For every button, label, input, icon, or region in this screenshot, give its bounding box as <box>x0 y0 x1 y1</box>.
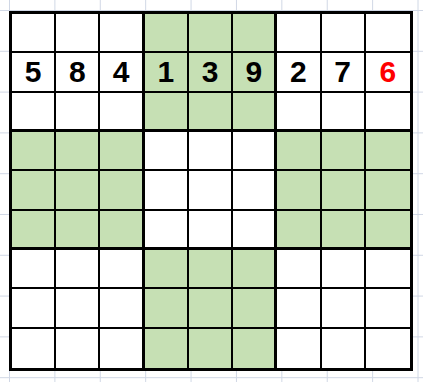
cell-r3c6[interactable] <box>233 93 277 132</box>
cell-r3c1[interactable] <box>12 93 56 132</box>
cell-r7c5[interactable] <box>189 250 233 289</box>
cell-r8c7[interactable] <box>277 289 321 328</box>
cell-r1c6[interactable] <box>233 14 277 53</box>
cell-r3c9[interactable] <box>366 93 410 132</box>
cell-r5c2[interactable] <box>56 171 100 210</box>
cell-r7c2[interactable] <box>56 250 100 289</box>
cell-r2c4[interactable]: 1 <box>145 53 189 92</box>
cell-r5c1[interactable] <box>12 171 56 210</box>
cell-r5c5[interactable] <box>189 171 233 210</box>
cell-r8c9[interactable] <box>366 289 410 328</box>
cell-r3c4[interactable] <box>145 93 189 132</box>
cell-r4c2[interactable] <box>56 132 100 171</box>
cell-r9c7[interactable] <box>277 329 321 368</box>
cell-r3c8[interactable] <box>322 93 366 132</box>
cell-r4c7[interactable] <box>277 132 321 171</box>
cell-r8c5[interactable] <box>189 289 233 328</box>
cell-r9c5[interactable] <box>189 329 233 368</box>
cell-r3c3[interactable] <box>100 93 144 132</box>
cell-r2c1[interactable]: 5 <box>12 53 56 92</box>
cell-r1c4[interactable] <box>145 14 189 53</box>
cell-r1c1[interactable] <box>12 14 56 53</box>
cell-r9c6[interactable] <box>233 329 277 368</box>
cell-r7c8[interactable] <box>322 250 366 289</box>
cell-r5c9[interactable] <box>366 171 410 210</box>
cell-r5c8[interactable] <box>322 171 366 210</box>
cell-r5c6[interactable] <box>233 171 277 210</box>
cell-r1c8[interactable] <box>322 14 366 53</box>
cell-r6c2[interactable] <box>56 211 100 250</box>
cell-r6c7[interactable] <box>277 211 321 250</box>
cell-r6c1[interactable] <box>12 211 56 250</box>
cell-r9c2[interactable] <box>56 329 100 368</box>
cell-r7c6[interactable] <box>233 250 277 289</box>
cell-r9c9[interactable] <box>366 329 410 368</box>
cell-r9c8[interactable] <box>322 329 366 368</box>
cell-r9c3[interactable] <box>100 329 144 368</box>
cell-r5c4[interactable] <box>145 171 189 210</box>
cell-r8c2[interactable] <box>56 289 100 328</box>
cell-r6c5[interactable] <box>189 211 233 250</box>
cell-r4c5[interactable] <box>189 132 233 171</box>
cell-r4c9[interactable] <box>366 132 410 171</box>
cell-r6c3[interactable] <box>100 211 144 250</box>
cell-r1c9[interactable] <box>366 14 410 53</box>
sudoku-board: 584139276 <box>9 11 413 371</box>
cell-r6c6[interactable] <box>233 211 277 250</box>
cell-r8c3[interactable] <box>100 289 144 328</box>
cell-r8c1[interactable] <box>12 289 56 328</box>
cell-r9c1[interactable] <box>12 329 56 368</box>
cell-r2c3[interactable]: 4 <box>100 53 144 92</box>
cell-r4c1[interactable] <box>12 132 56 171</box>
cell-r7c7[interactable] <box>277 250 321 289</box>
cell-r2c6[interactable]: 9 <box>233 53 277 92</box>
cell-r4c8[interactable] <box>322 132 366 171</box>
cell-r8c4[interactable] <box>145 289 189 328</box>
cell-r2c9[interactable]: 6 <box>366 53 410 92</box>
cell-r2c7[interactable]: 2 <box>277 53 321 92</box>
cell-r4c4[interactable] <box>145 132 189 171</box>
cell-r1c3[interactable] <box>100 14 144 53</box>
cell-r7c3[interactable] <box>100 250 144 289</box>
cell-r1c2[interactable] <box>56 14 100 53</box>
cell-r2c2[interactable]: 8 <box>56 53 100 92</box>
cell-r7c9[interactable] <box>366 250 410 289</box>
cell-r4c6[interactable] <box>233 132 277 171</box>
cell-r2c8[interactable]: 7 <box>322 53 366 92</box>
cell-r3c7[interactable] <box>277 93 321 132</box>
cell-r6c9[interactable] <box>366 211 410 250</box>
cell-r1c7[interactable] <box>277 14 321 53</box>
cell-r9c4[interactable] <box>145 329 189 368</box>
cell-r3c5[interactable] <box>189 93 233 132</box>
cell-r5c3[interactable] <box>100 171 144 210</box>
cell-r5c7[interactable] <box>277 171 321 210</box>
cell-r6c4[interactable] <box>145 211 189 250</box>
cell-r2c5[interactable]: 3 <box>189 53 233 92</box>
cell-r8c8[interactable] <box>322 289 366 328</box>
cell-r1c5[interactable] <box>189 14 233 53</box>
spreadsheet-page: 584139276 <box>0 0 423 382</box>
cell-r6c8[interactable] <box>322 211 366 250</box>
cell-r7c1[interactable] <box>12 250 56 289</box>
cell-r4c3[interactable] <box>100 132 144 171</box>
cell-r8c6[interactable] <box>233 289 277 328</box>
cell-r3c2[interactable] <box>56 93 100 132</box>
cell-r7c4[interactable] <box>145 250 189 289</box>
